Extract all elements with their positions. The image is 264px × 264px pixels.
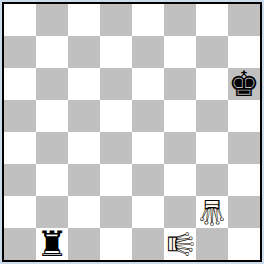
square-e2[interactable] — [132, 196, 164, 228]
square-c3[interactable] — [68, 164, 100, 196]
square-d5[interactable] — [100, 100, 132, 132]
square-g6[interactable] — [196, 68, 228, 100]
square-f7[interactable] — [164, 36, 196, 68]
square-g8[interactable] — [196, 4, 228, 36]
square-f5[interactable] — [164, 100, 196, 132]
square-c1[interactable] — [68, 228, 100, 260]
square-b5[interactable] — [36, 100, 68, 132]
square-g7[interactable] — [196, 36, 228, 68]
square-g4[interactable] — [196, 132, 228, 164]
black-king-icon: ♚ — [228, 68, 260, 100]
square-e6[interactable] — [132, 68, 164, 100]
square-c8[interactable] — [68, 4, 100, 36]
square-d8[interactable] — [100, 4, 132, 36]
square-a4[interactable] — [4, 132, 36, 164]
square-a6[interactable] — [4, 68, 36, 100]
white-queen-icon: ♕ — [164, 228, 196, 260]
square-a1[interactable] — [4, 228, 36, 260]
white-queen-icon: ♕ — [196, 196, 228, 228]
square-f6[interactable] — [164, 68, 196, 100]
piece-white-queen-f1[interactable]: ♛♕ — [164, 228, 196, 260]
square-c4[interactable] — [68, 132, 100, 164]
square-h2[interactable] — [228, 196, 260, 228]
square-a3[interactable] — [4, 164, 36, 196]
square-h8[interactable] — [228, 4, 260, 36]
square-f4[interactable] — [164, 132, 196, 164]
square-b8[interactable] — [36, 4, 68, 36]
square-e4[interactable] — [132, 132, 164, 164]
square-c6[interactable] — [68, 68, 100, 100]
square-h6[interactable]: ♚ — [228, 68, 260, 100]
square-e8[interactable] — [132, 4, 164, 36]
square-g2[interactable]: ♛♕ — [196, 196, 228, 228]
square-c2[interactable] — [68, 196, 100, 228]
square-b1[interactable]: ♜ — [36, 228, 68, 260]
square-e7[interactable] — [132, 36, 164, 68]
square-e3[interactable] — [132, 164, 164, 196]
square-g5[interactable] — [196, 100, 228, 132]
square-b4[interactable] — [36, 132, 68, 164]
diagram-frame: ♚♛♕♜♛♕ — [0, 0, 264, 264]
square-a7[interactable] — [4, 36, 36, 68]
square-d2[interactable] — [100, 196, 132, 228]
piece-black-king-h6[interactable]: ♚ — [228, 68, 260, 100]
square-d6[interactable] — [100, 68, 132, 100]
square-h3[interactable] — [228, 164, 260, 196]
square-a5[interactable] — [4, 100, 36, 132]
square-a8[interactable] — [4, 4, 36, 36]
square-f8[interactable] — [164, 4, 196, 36]
square-d1[interactable] — [100, 228, 132, 260]
square-e1[interactable] — [132, 228, 164, 260]
square-a2[interactable] — [4, 196, 36, 228]
square-d4[interactable] — [100, 132, 132, 164]
square-h4[interactable] — [228, 132, 260, 164]
square-b3[interactable] — [36, 164, 68, 196]
piece-black-rook-b1[interactable]: ♜ — [36, 228, 68, 260]
square-c5[interactable] — [68, 100, 100, 132]
square-f1[interactable]: ♛♕ — [164, 228, 196, 260]
square-h1[interactable] — [228, 228, 260, 260]
square-b6[interactable] — [36, 68, 68, 100]
black-rook-icon: ♜ — [36, 228, 68, 260]
square-f3[interactable] — [164, 164, 196, 196]
square-d3[interactable] — [100, 164, 132, 196]
square-e5[interactable] — [132, 100, 164, 132]
piece-white-queen-g2[interactable]: ♛♕ — [196, 196, 228, 228]
square-d7[interactable] — [100, 36, 132, 68]
board-border: ♚♛♕♜♛♕ — [2, 2, 262, 262]
square-h5[interactable] — [228, 100, 260, 132]
square-b7[interactable] — [36, 36, 68, 68]
square-g1[interactable] — [196, 228, 228, 260]
square-f2[interactable] — [164, 196, 196, 228]
square-c7[interactable] — [68, 36, 100, 68]
chess-board: ♚♛♕♜♛♕ — [4, 4, 260, 260]
square-g3[interactable] — [196, 164, 228, 196]
